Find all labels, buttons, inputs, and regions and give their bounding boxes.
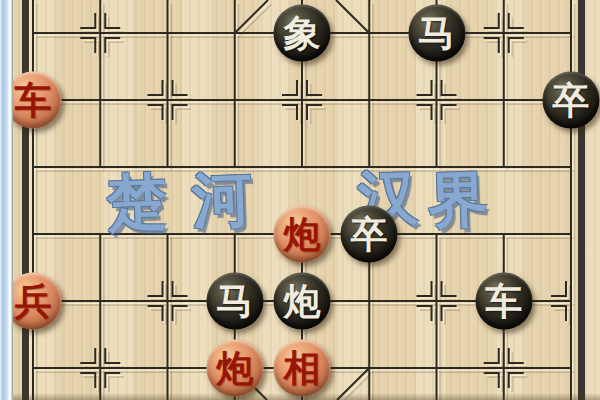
piece-glyph: 卒: [553, 82, 590, 119]
piece-glyph: 车: [485, 283, 522, 320]
piece-red-chariot-a4[interactable]: 车: [5, 72, 62, 129]
piece-glyph: 兵: [15, 283, 52, 320]
piece-glyph: 马: [418, 15, 455, 52]
piece-red-cannon-e6[interactable]: 炮: [274, 206, 331, 263]
piece-glyph: 相: [284, 350, 321, 387]
piece-black-soldier-f6[interactable]: 卒: [341, 206, 398, 263]
piece-glyph: 炮: [284, 283, 321, 320]
xiangqi-board: 楚 河 汉 界 象马车卒炮卒兵马炮车炮相: [0, 0, 600, 400]
window-edge-strip: [0, 0, 13, 400]
piece-black-elephant-e3[interactable]: 象: [274, 5, 331, 62]
piece-black-soldier-i4[interactable]: 卒: [543, 72, 600, 129]
piece-black-horse-d7[interactable]: 马: [206, 273, 263, 330]
piece-glyph: 车: [15, 82, 52, 119]
piece-glyph: 马: [216, 283, 253, 320]
piece-red-soldier-a7[interactable]: 兵: [5, 273, 62, 330]
piece-glyph: 炮: [284, 216, 321, 253]
piece-glyph: 象: [284, 15, 321, 52]
piece-black-chariot-h7[interactable]: 车: [475, 273, 532, 330]
piece-black-cannon-e7[interactable]: 炮: [274, 273, 331, 330]
piece-red-cannon-d8[interactable]: 炮: [206, 340, 263, 397]
piece-glyph: 卒: [351, 216, 388, 253]
pieces-layer: 象马车卒炮卒兵马炮车炮相: [0, 0, 600, 400]
piece-black-horse-g3[interactable]: 马: [408, 5, 465, 62]
piece-glyph: 炮: [216, 350, 253, 387]
piece-red-elephant-e8[interactable]: 相: [274, 340, 331, 397]
